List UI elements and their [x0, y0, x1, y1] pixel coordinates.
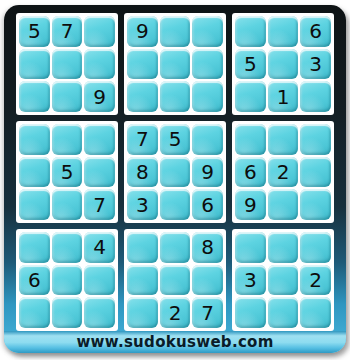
cell-r1c1[interactable]: 5	[19, 16, 50, 47]
cell-r6c2[interactable]	[52, 189, 83, 220]
cell-r9c2[interactable]	[52, 297, 83, 328]
cell-r2c6[interactable]	[192, 49, 223, 80]
cell-r7c7[interactable]	[235, 232, 266, 263]
box-r1c3: 6531	[232, 13, 334, 115]
cell-r6c3[interactable]: 7	[84, 189, 115, 220]
cell-r9c9[interactable]	[300, 297, 331, 328]
cell-r3c3[interactable]: 9	[84, 81, 115, 112]
cell-r8c1[interactable]: 6	[19, 265, 50, 296]
cell-r9c5[interactable]: 2	[160, 297, 191, 328]
cell-r5c8[interactable]: 2	[268, 157, 299, 188]
cell-r4c9[interactable]	[300, 124, 331, 155]
cell-r7c3[interactable]: 4	[84, 232, 115, 263]
cell-r7c8[interactable]	[268, 232, 299, 263]
sudoku-page: 57996531577589366294682732 www.sudokuswe…	[0, 0, 350, 360]
cell-r3c1[interactable]	[19, 81, 50, 112]
cell-r7c6[interactable]: 8	[192, 232, 223, 263]
cell-r2c8[interactable]	[268, 49, 299, 80]
cell-r6c6[interactable]: 6	[192, 189, 223, 220]
cell-r9c6[interactable]: 7	[192, 297, 223, 328]
cell-r3c5[interactable]	[160, 81, 191, 112]
cell-r1c8[interactable]	[268, 16, 299, 47]
cell-r2c7[interactable]: 5	[235, 49, 266, 80]
cell-r1c7[interactable]	[235, 16, 266, 47]
cell-r1c3[interactable]	[84, 16, 115, 47]
cell-r7c2[interactable]	[52, 232, 83, 263]
cell-r8c3[interactable]	[84, 265, 115, 296]
cell-r4c8[interactable]	[268, 124, 299, 155]
cell-r6c1[interactable]	[19, 189, 50, 220]
cell-r3c8[interactable]: 1	[268, 81, 299, 112]
cell-r4c2[interactable]	[52, 124, 83, 155]
cell-r2c4[interactable]	[127, 49, 158, 80]
site-url[interactable]: www.sudokusweb.com	[76, 333, 273, 351]
cell-r5c3[interactable]	[84, 157, 115, 188]
box-r3c2: 827	[124, 229, 226, 331]
cell-r2c1[interactable]	[19, 49, 50, 80]
cell-r9c7[interactable]	[235, 297, 266, 328]
cell-r2c3[interactable]	[84, 49, 115, 80]
cell-r1c9[interactable]: 6	[300, 16, 331, 47]
cell-r4c7[interactable]	[235, 124, 266, 155]
cell-r1c4[interactable]: 9	[127, 16, 158, 47]
box-r2c1: 57	[16, 121, 118, 223]
cell-r9c4[interactable]	[127, 297, 158, 328]
cell-r8c7[interactable]: 3	[235, 265, 266, 296]
cell-r3c6[interactable]	[192, 81, 223, 112]
cell-r7c4[interactable]	[127, 232, 158, 263]
cell-r2c2[interactable]	[52, 49, 83, 80]
cell-r5c5[interactable]	[160, 157, 191, 188]
cell-r2c5[interactable]	[160, 49, 191, 80]
cell-r7c5[interactable]	[160, 232, 191, 263]
cell-r4c3[interactable]	[84, 124, 115, 155]
cell-r2c9[interactable]: 3	[300, 49, 331, 80]
cell-r8c6[interactable]	[192, 265, 223, 296]
box-r2c3: 629	[232, 121, 334, 223]
cell-r4c5[interactable]: 5	[160, 124, 191, 155]
box-r1c1: 579	[16, 13, 118, 115]
cell-r3c9[interactable]	[300, 81, 331, 112]
cell-r8c2[interactable]	[52, 265, 83, 296]
cell-r3c7[interactable]	[235, 81, 266, 112]
cell-r8c9[interactable]: 2	[300, 265, 331, 296]
cell-r1c5[interactable]	[160, 16, 191, 47]
cell-r5c4[interactable]: 8	[127, 157, 158, 188]
cell-r3c4[interactable]	[127, 81, 158, 112]
cell-r5c1[interactable]	[19, 157, 50, 188]
cell-r1c2[interactable]: 7	[52, 16, 83, 47]
cell-r6c5[interactable]	[160, 189, 191, 220]
box-r3c1: 46	[16, 229, 118, 331]
cell-r4c6[interactable]	[192, 124, 223, 155]
cell-r5c7[interactable]: 6	[235, 157, 266, 188]
cell-r5c6[interactable]: 9	[192, 157, 223, 188]
cell-r8c4[interactable]	[127, 265, 158, 296]
cell-r1c6[interactable]	[192, 16, 223, 47]
cell-r7c9[interactable]	[300, 232, 331, 263]
cell-r9c8[interactable]	[268, 297, 299, 328]
cell-r6c4[interactable]: 3	[127, 189, 158, 220]
footer-bar: www.sudokusweb.com	[4, 331, 346, 353]
cell-r4c4[interactable]: 7	[127, 124, 158, 155]
cell-r9c3[interactable]	[84, 297, 115, 328]
cell-r6c9[interactable]	[300, 189, 331, 220]
cell-r4c1[interactable]	[19, 124, 50, 155]
cell-r7c1[interactable]	[19, 232, 50, 263]
cell-r5c9[interactable]	[300, 157, 331, 188]
cell-r6c7[interactable]: 9	[235, 189, 266, 220]
box-r3c3: 32	[232, 229, 334, 331]
cell-r3c2[interactable]	[52, 81, 83, 112]
cell-r8c8[interactable]	[268, 265, 299, 296]
cell-r5c2[interactable]: 5	[52, 157, 83, 188]
cell-r9c1[interactable]	[19, 297, 50, 328]
sudoku-grid: 57996531577589366294682732	[4, 5, 346, 331]
box-r2c2: 758936	[124, 121, 226, 223]
box-r1c2: 9	[124, 13, 226, 115]
sudoku-board: 57996531577589366294682732 www.sudokuswe…	[4, 5, 346, 353]
cell-r8c5[interactable]	[160, 265, 191, 296]
cell-r6c8[interactable]	[268, 189, 299, 220]
